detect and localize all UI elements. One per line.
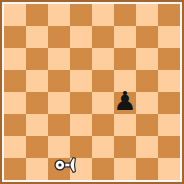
square-h6[interactable] [158,48,180,70]
square-d5[interactable] [70,70,92,92]
square-a2[interactable] [4,136,26,158]
square-h1[interactable] [158,158,180,180]
square-a5[interactable] [4,70,26,92]
square-e4[interactable] [92,92,114,114]
piece-black-pawn-f4[interactable]: ♟ [114,90,136,112]
square-e2[interactable] [92,136,114,158]
square-b7[interactable] [26,26,48,48]
square-d6[interactable] [70,48,92,70]
square-b4[interactable] [26,92,48,114]
square-c7[interactable] [48,26,70,48]
square-g4[interactable] [136,92,158,114]
square-b2[interactable] [26,136,48,158]
square-f7[interactable] [114,26,136,48]
square-f2[interactable] [114,136,136,158]
square-e7[interactable] [92,26,114,48]
square-a4[interactable] [4,92,26,114]
square-e5[interactable] [92,70,114,92]
square-h3[interactable] [158,114,180,136]
piece-white-pawn-c1[interactable] [54,155,77,175]
square-d8[interactable] [70,4,92,26]
square-b8[interactable] [26,4,48,26]
square-c4[interactable] [48,92,70,114]
square-b6[interactable] [26,48,48,70]
square-a6[interactable] [4,48,26,70]
square-a8[interactable] [4,4,26,26]
square-g1[interactable] [136,158,158,180]
square-g5[interactable] [136,70,158,92]
square-g2[interactable] [136,136,158,158]
square-f6[interactable] [114,48,136,70]
square-a7[interactable] [4,26,26,48]
square-g8[interactable] [136,4,158,26]
square-c3[interactable] [48,114,70,136]
square-b1[interactable] [26,158,48,180]
square-h4[interactable] [158,92,180,114]
square-e6[interactable] [92,48,114,70]
square-e1[interactable] [92,158,114,180]
square-h7[interactable] [158,26,180,48]
square-h5[interactable] [158,70,180,92]
rotated-pawn-head-dot [58,163,61,166]
square-c5[interactable] [48,70,70,92]
square-g3[interactable] [136,114,158,136]
square-a1[interactable] [4,158,26,180]
square-g6[interactable] [136,48,158,70]
square-h8[interactable] [158,4,180,26]
square-b5[interactable] [26,70,48,92]
square-f3[interactable] [114,114,136,136]
square-f1[interactable] [114,158,136,180]
square-e8[interactable] [92,4,114,26]
square-e3[interactable] [92,114,114,136]
chess-board [4,4,180,180]
square-b3[interactable] [26,114,48,136]
square-f8[interactable] [114,4,136,26]
square-h2[interactable] [158,136,180,158]
square-a3[interactable] [4,114,26,136]
board-frame: ♟ [0,0,184,184]
square-d7[interactable] [70,26,92,48]
square-d4[interactable] [70,92,92,114]
square-d3[interactable] [70,114,92,136]
square-c8[interactable] [48,4,70,26]
square-c6[interactable] [48,48,70,70]
square-g7[interactable] [136,26,158,48]
